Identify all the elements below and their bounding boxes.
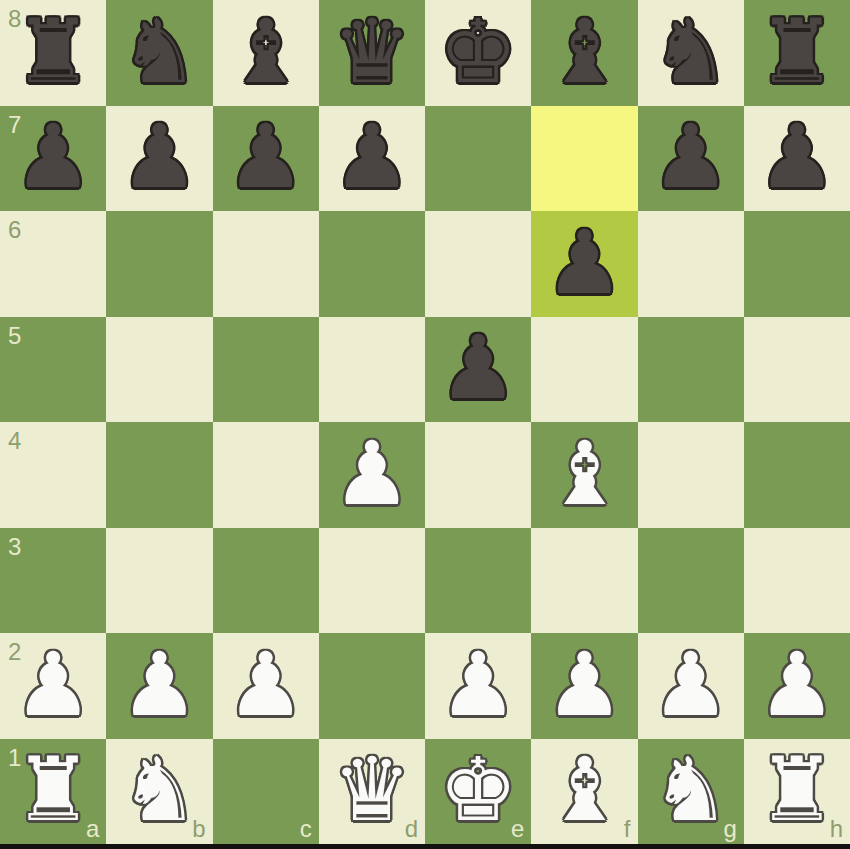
piece-black-queen[interactable]: ♛ xyxy=(332,8,411,96)
piece-white-knight[interactable]: ♞ xyxy=(651,746,730,834)
piece-white-queen[interactable]: ♛ xyxy=(332,746,411,834)
piece-white-pawn[interactable]: ♟ xyxy=(439,641,518,729)
square-d5[interactable] xyxy=(319,317,425,423)
square-a6[interactable]: 6 xyxy=(0,211,106,317)
square-b2[interactable]: ♟ xyxy=(106,633,212,739)
square-g4[interactable] xyxy=(638,422,744,528)
square-b1[interactable]: b♞ xyxy=(106,739,212,845)
square-d2[interactable] xyxy=(319,633,425,739)
piece-white-bishop[interactable]: ♝ xyxy=(545,430,624,518)
square-g5[interactable] xyxy=(638,317,744,423)
square-a8[interactable]: 8♜ xyxy=(0,0,106,106)
piece-black-pawn[interactable]: ♟ xyxy=(651,113,730,201)
square-d1[interactable]: d♛ xyxy=(319,739,425,845)
square-b6[interactable] xyxy=(106,211,212,317)
square-e6[interactable] xyxy=(425,211,531,317)
square-a7[interactable]: 7♟ xyxy=(0,106,106,212)
piece-white-rook[interactable]: ♜ xyxy=(757,746,836,834)
bottom-bar xyxy=(0,844,850,849)
square-c4[interactable] xyxy=(213,422,319,528)
square-e5[interactable]: ♟ xyxy=(425,317,531,423)
square-c3[interactable] xyxy=(213,528,319,634)
square-c7[interactable]: ♟ xyxy=(213,106,319,212)
square-e2[interactable]: ♟ xyxy=(425,633,531,739)
square-a2[interactable]: 2♟ xyxy=(0,633,106,739)
piece-white-pawn[interactable]: ♟ xyxy=(332,430,411,518)
square-f6[interactable]: ♟ xyxy=(531,211,637,317)
square-d3[interactable] xyxy=(319,528,425,634)
square-f8[interactable]: ♝ xyxy=(531,0,637,106)
square-g2[interactable]: ♟ xyxy=(638,633,744,739)
square-h1[interactable]: h♜ xyxy=(744,739,850,845)
piece-black-knight[interactable]: ♞ xyxy=(651,8,730,96)
piece-white-pawn[interactable]: ♟ xyxy=(226,641,305,729)
piece-white-knight[interactable]: ♞ xyxy=(120,746,199,834)
square-h7[interactable]: ♟ xyxy=(744,106,850,212)
square-g7[interactable]: ♟ xyxy=(638,106,744,212)
piece-black-pawn[interactable]: ♟ xyxy=(14,113,93,201)
square-f7[interactable] xyxy=(531,106,637,212)
square-a4[interactable]: 4 xyxy=(0,422,106,528)
square-c6[interactable] xyxy=(213,211,319,317)
square-d8[interactable]: ♛ xyxy=(319,0,425,106)
piece-white-pawn[interactable]: ♟ xyxy=(757,641,836,729)
rank-label-5: 5 xyxy=(8,324,21,348)
square-e1[interactable]: e♚ xyxy=(425,739,531,845)
piece-black-pawn[interactable]: ♟ xyxy=(757,113,836,201)
piece-black-rook[interactable]: ♜ xyxy=(14,8,93,96)
piece-white-pawn[interactable]: ♟ xyxy=(14,641,93,729)
square-b5[interactable] xyxy=(106,317,212,423)
square-b8[interactable]: ♞ xyxy=(106,0,212,106)
square-h2[interactable]: ♟ xyxy=(744,633,850,739)
rank-label-6: 6 xyxy=(8,218,21,242)
square-e7[interactable] xyxy=(425,106,531,212)
file-label-f: f xyxy=(624,817,631,841)
chess-board: 8♜♞♝♛♚♝♞♜7♟♟♟♟♟♟6♟5♟4♟♝32♟♟♟♟♟♟♟1a♜b♞cd♛… xyxy=(0,0,850,844)
square-g8[interactable]: ♞ xyxy=(638,0,744,106)
piece-black-pawn[interactable]: ♟ xyxy=(545,219,624,307)
square-h3[interactable] xyxy=(744,528,850,634)
square-a3[interactable]: 3 xyxy=(0,528,106,634)
square-c5[interactable] xyxy=(213,317,319,423)
square-e4[interactable] xyxy=(425,422,531,528)
square-c8[interactable]: ♝ xyxy=(213,0,319,106)
piece-black-bishop[interactable]: ♝ xyxy=(545,8,624,96)
piece-black-rook[interactable]: ♜ xyxy=(757,8,836,96)
square-d6[interactable] xyxy=(319,211,425,317)
piece-black-knight[interactable]: ♞ xyxy=(120,8,199,96)
square-d7[interactable]: ♟ xyxy=(319,106,425,212)
piece-white-pawn[interactable]: ♟ xyxy=(545,641,624,729)
square-g1[interactable]: g♞ xyxy=(638,739,744,845)
piece-black-bishop[interactable]: ♝ xyxy=(226,8,305,96)
square-f3[interactable] xyxy=(531,528,637,634)
piece-white-king[interactable]: ♚ xyxy=(439,746,518,834)
square-h8[interactable]: ♜ xyxy=(744,0,850,106)
piece-white-pawn[interactable]: ♟ xyxy=(120,641,199,729)
square-h5[interactable] xyxy=(744,317,850,423)
square-a5[interactable]: 5 xyxy=(0,317,106,423)
square-g3[interactable] xyxy=(638,528,744,634)
file-label-c: c xyxy=(300,817,312,841)
square-h4[interactable] xyxy=(744,422,850,528)
piece-white-rook[interactable]: ♜ xyxy=(14,746,93,834)
rank-label-4: 4 xyxy=(8,429,21,453)
square-c2[interactable]: ♟ xyxy=(213,633,319,739)
piece-black-king[interactable]: ♚ xyxy=(439,8,518,96)
square-f5[interactable] xyxy=(531,317,637,423)
square-a1[interactable]: 1a♜ xyxy=(0,739,106,845)
square-f4[interactable]: ♝ xyxy=(531,422,637,528)
piece-white-bishop[interactable]: ♝ xyxy=(545,746,624,834)
square-e8[interactable]: ♚ xyxy=(425,0,531,106)
rank-label-3: 3 xyxy=(8,535,21,559)
square-b3[interactable] xyxy=(106,528,212,634)
square-d4[interactable]: ♟ xyxy=(319,422,425,528)
square-g6[interactable] xyxy=(638,211,744,317)
piece-black-pawn[interactable]: ♟ xyxy=(439,324,518,412)
square-h6[interactable] xyxy=(744,211,850,317)
piece-black-pawn[interactable]: ♟ xyxy=(332,113,411,201)
piece-black-pawn[interactable]: ♟ xyxy=(120,113,199,201)
piece-black-pawn[interactable]: ♟ xyxy=(226,113,305,201)
piece-white-pawn[interactable]: ♟ xyxy=(651,641,730,729)
square-f1[interactable]: f♝ xyxy=(531,739,637,845)
square-f2[interactable]: ♟ xyxy=(531,633,637,739)
square-b7[interactable]: ♟ xyxy=(106,106,212,212)
square-b4[interactable] xyxy=(106,422,212,528)
square-c1[interactable]: c xyxy=(213,739,319,845)
square-e3[interactable] xyxy=(425,528,531,634)
